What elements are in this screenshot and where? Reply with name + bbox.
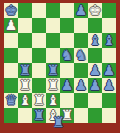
piece-black-pawn: ♟ [75,3,88,18]
square-f3[interactable]: ♟ [74,78,88,93]
piece-black-pawn: ♟ [103,78,116,93]
square-a3[interactable] [4,78,18,93]
square-e3[interactable]: ♟ [60,78,74,93]
square-b6[interactable] [18,33,32,48]
square-g8[interactable]: ♚ [88,3,102,18]
square-g1[interactable] [88,108,102,123]
piece-black-pawn: ♟ [89,63,102,78]
square-e7[interactable] [60,18,74,33]
square-c2[interactable]: ♜ [32,93,46,108]
board-frame: ♚♟♚♟♝♝♞♞♜♜♟♟♜♜♟♟♟♟♛♝♜♝♜♝♜ ♜ [0,0,120,133]
square-f4[interactable] [74,63,88,78]
square-f7[interactable] [74,18,88,33]
square-d3[interactable]: ♜ [46,78,60,93]
square-e6[interactable] [60,33,74,48]
square-h3[interactable]: ♟ [102,78,116,93]
square-a5[interactable] [4,48,18,63]
piece-black-pawn: ♟ [103,63,116,78]
piece-white-rook: ♜ [33,93,46,108]
stray-black-rook-below-board: ♜ [52,115,65,130]
piece-black-rook: ♜ [19,63,32,78]
square-f1[interactable] [74,108,88,123]
piece-white-bishop: ♝ [19,93,32,108]
piece-black-king: ♚ [5,3,18,18]
square-g3[interactable]: ♟ [88,78,102,93]
square-h6[interactable]: ♝ [102,33,116,48]
piece-black-knight: ♞ [61,48,74,63]
square-g5[interactable] [88,48,102,63]
square-b2[interactable]: ♝ [18,93,32,108]
square-f8[interactable]: ♟ [74,3,88,18]
square-d8[interactable] [46,3,60,18]
square-a4[interactable] [4,63,18,78]
piece-white-rook: ♜ [19,78,32,93]
square-d5[interactable] [46,48,60,63]
square-b7[interactable] [18,18,32,33]
chess-board: ♚♟♚♟♝♝♞♞♜♜♟♟♜♜♟♟♟♟♛♝♜♝♜♝♜ [4,3,116,123]
square-e8[interactable] [60,3,74,18]
square-g6[interactable]: ♝ [88,33,102,48]
piece-black-bishop: ♝ [89,33,102,48]
square-d2[interactable]: ♝ [46,93,60,108]
square-h1[interactable] [102,108,116,123]
square-d4[interactable]: ♜ [46,63,60,78]
square-c5[interactable] [32,48,46,63]
square-a2[interactable]: ♛ [4,93,18,108]
square-b3[interactable]: ♜ [18,78,32,93]
piece-black-pawn: ♟ [89,78,102,93]
square-b5[interactable] [18,48,32,63]
square-f6[interactable] [74,33,88,48]
square-a1[interactable] [4,108,18,123]
square-c6[interactable] [32,33,46,48]
square-c3[interactable] [32,78,46,93]
square-b4[interactable]: ♜ [18,63,32,78]
piece-black-pawn: ♟ [61,78,74,93]
piece-black-rook: ♜ [33,108,46,123]
square-b8[interactable] [18,3,32,18]
piece-black-rook: ♜ [47,63,60,78]
piece-white-pawn: ♟ [5,18,18,33]
square-c1[interactable]: ♜ [32,108,46,123]
square-c4[interactable] [32,63,46,78]
square-h5[interactable] [102,48,116,63]
square-e4[interactable] [60,63,74,78]
square-d6[interactable] [46,33,60,48]
square-g4[interactable]: ♟ [88,63,102,78]
square-e2[interactable] [60,93,74,108]
piece-black-queen: ♛ [5,93,18,108]
square-d7[interactable] [46,18,60,33]
square-a8[interactable]: ♚ [4,3,18,18]
square-f5[interactable]: ♞ [74,48,88,63]
piece-white-rook: ♜ [47,78,60,93]
piece-black-knight: ♞ [75,48,88,63]
square-g2[interactable] [88,93,102,108]
piece-black-pawn: ♟ [75,78,88,93]
square-e5[interactable]: ♞ [60,48,74,63]
square-a7[interactable]: ♟ [4,18,18,33]
square-c8[interactable] [32,3,46,18]
square-a6[interactable] [4,33,18,48]
square-h7[interactable] [102,18,116,33]
square-h2[interactable] [102,93,116,108]
square-g7[interactable] [88,18,102,33]
piece-white-bishop: ♝ [47,93,60,108]
square-f2[interactable] [74,93,88,108]
square-c7[interactable] [32,18,46,33]
piece-black-bishop: ♝ [103,33,116,48]
square-h4[interactable]: ♟ [102,63,116,78]
square-h8[interactable] [102,3,116,18]
square-b1[interactable] [18,108,32,123]
piece-white-king: ♚ [89,3,102,18]
